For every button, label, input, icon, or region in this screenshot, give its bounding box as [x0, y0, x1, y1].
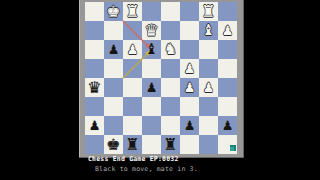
- square-d5[interactable]: [142, 59, 161, 78]
- square-c4[interactable]: [123, 78, 142, 97]
- square-c1[interactable]: ♜: [123, 135, 142, 154]
- caption-title: Chess End Game EP:0032: [88, 155, 179, 163]
- square-f5[interactable]: ♟: [180, 59, 199, 78]
- square-f3[interactable]: [180, 97, 199, 116]
- square-b1[interactable]: ♚: [104, 135, 123, 154]
- caption-subtitle: Black to move, mate in 3.: [95, 165, 198, 173]
- white-bishop-g7[interactable]: ♝: [199, 21, 218, 40]
- square-b7[interactable]: [104, 21, 123, 40]
- square-c5[interactable]: [123, 59, 142, 78]
- black-pawn-b6[interactable]: ♟: [104, 40, 123, 59]
- square-g8[interactable]: ♜: [199, 2, 218, 21]
- board: ♚♜♜♛♝♟♟♟♝♞♟♛♟♟♟♟♟♟♚♜♜: [85, 2, 237, 154]
- square-c3[interactable]: [123, 97, 142, 116]
- black-bishop-d6[interactable]: ♝: [142, 40, 161, 59]
- square-d2[interactable]: [142, 116, 161, 135]
- square-e7[interactable]: [161, 21, 180, 40]
- square-f1[interactable]: [180, 135, 199, 154]
- square-a8[interactable]: [85, 2, 104, 21]
- square-g3[interactable]: [199, 97, 218, 116]
- square-d6[interactable]: ♝: [142, 40, 161, 59]
- white-queen-d7[interactable]: ♛: [142, 21, 161, 40]
- square-a5[interactable]: [85, 59, 104, 78]
- square-h5[interactable]: [218, 59, 237, 78]
- square-e4[interactable]: [161, 78, 180, 97]
- square-c6[interactable]: ♟: [123, 40, 142, 59]
- square-e2[interactable]: [161, 116, 180, 135]
- square-b5[interactable]: [104, 59, 123, 78]
- square-c8[interactable]: ♜: [123, 2, 142, 21]
- square-h3[interactable]: [218, 97, 237, 116]
- square-c2[interactable]: [123, 116, 142, 135]
- square-g5[interactable]: [199, 59, 218, 78]
- square-a1[interactable]: [85, 135, 104, 154]
- square-h7[interactable]: ♟: [218, 21, 237, 40]
- square-b8[interactable]: ♚: [104, 2, 123, 21]
- square-h2[interactable]: ♟: [218, 116, 237, 135]
- square-d4[interactable]: ♟: [142, 78, 161, 97]
- square-e3[interactable]: [161, 97, 180, 116]
- square-b4[interactable]: [104, 78, 123, 97]
- white-king-b8[interactable]: ♚: [104, 2, 123, 21]
- square-f2[interactable]: ♟: [180, 116, 199, 135]
- square-c7[interactable]: [123, 21, 142, 40]
- square-g2[interactable]: [199, 116, 218, 135]
- square-g1[interactable]: [199, 135, 218, 154]
- square-d7[interactable]: ♛: [142, 21, 161, 40]
- square-h8[interactable]: [218, 2, 237, 21]
- black-rook-e1[interactable]: ♜: [161, 135, 180, 154]
- black-pawn-a2[interactable]: ♟: [85, 116, 104, 135]
- screenshot-root: ♚♜♜♛♝♟♟♟♝♞♟♛♟♟♟♟♟♟♚♜♜ Chess End Game EP:…: [0, 0, 320, 180]
- square-h6[interactable]: [218, 40, 237, 59]
- square-h4[interactable]: [218, 78, 237, 97]
- white-pawn-f5[interactable]: ♟: [180, 59, 199, 78]
- square-e1[interactable]: ♜: [161, 135, 180, 154]
- square-b3[interactable]: [104, 97, 123, 116]
- square-d8[interactable]: [142, 2, 161, 21]
- white-pawn-f4[interactable]: ♟: [180, 78, 199, 97]
- square-d3[interactable]: [142, 97, 161, 116]
- square-e6[interactable]: ♞: [161, 40, 180, 59]
- square-f8[interactable]: [180, 2, 199, 21]
- board-frame: ♚♜♜♛♝♟♟♟♝♞♟♛♟♟♟♟♟♟♚♜♜: [79, 0, 244, 158]
- square-a6[interactable]: [85, 40, 104, 59]
- square-f6[interactable]: [180, 40, 199, 59]
- square-f4[interactable]: ♟: [180, 78, 199, 97]
- white-pawn-c6[interactable]: ♟: [123, 40, 142, 59]
- square-g4[interactable]: ♟: [199, 78, 218, 97]
- black-pawn-h2[interactable]: ♟: [218, 116, 237, 135]
- square-g6[interactable]: [199, 40, 218, 59]
- black-king-b1[interactable]: ♚: [104, 135, 123, 154]
- black-pawn-f2[interactable]: ♟: [180, 116, 199, 135]
- square-e8[interactable]: [161, 2, 180, 21]
- black-pawn-d4[interactable]: ♟: [142, 78, 161, 97]
- square-f7[interactable]: [180, 21, 199, 40]
- white-pawn-g4[interactable]: ♟: [199, 78, 218, 97]
- white-rook-c8[interactable]: ♜: [123, 2, 142, 21]
- black-queen-a4[interactable]: ♛: [85, 78, 104, 97]
- square-a7[interactable]: [85, 21, 104, 40]
- white-pawn-h7[interactable]: ♟: [218, 21, 237, 40]
- square-a4[interactable]: ♛: [85, 78, 104, 97]
- square-b2[interactable]: [104, 116, 123, 135]
- square-b6[interactable]: ♟: [104, 40, 123, 59]
- white-knight-e6[interactable]: ♞: [161, 40, 180, 59]
- square-e5[interactable]: [161, 59, 180, 78]
- watermark-logo: [230, 145, 236, 151]
- square-g7[interactable]: ♝: [199, 21, 218, 40]
- black-rook-c1[interactable]: ♜: [123, 135, 142, 154]
- square-a2[interactable]: ♟: [85, 116, 104, 135]
- square-d1[interactable]: [142, 135, 161, 154]
- white-rook-g8[interactable]: ♜: [199, 2, 218, 21]
- square-a3[interactable]: [85, 97, 104, 116]
